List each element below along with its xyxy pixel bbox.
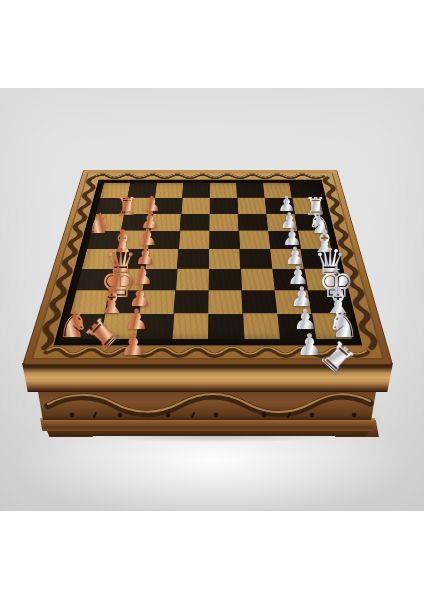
box-carving <box>36 390 378 420</box>
chess-product-photo: ♜♞♝♛♚♝♞♜♟♟♟♟♟♟♟♟♜♞♝♛♚♝♞♜♟♟♟♟♟♟♟♟ <box>0 0 424 600</box>
board-top <box>22 170 393 365</box>
carving-dots <box>70 412 357 418</box>
chessboard-squares[interactable] <box>64 183 352 339</box>
box-side-carved <box>36 390 378 420</box>
board-front-edge <box>21 363 394 392</box>
